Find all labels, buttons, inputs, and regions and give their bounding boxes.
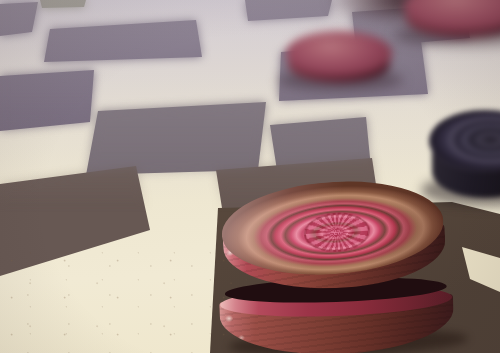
checkers-photo-stage (0, 0, 500, 353)
vignette-overlay (0, 0, 500, 353)
